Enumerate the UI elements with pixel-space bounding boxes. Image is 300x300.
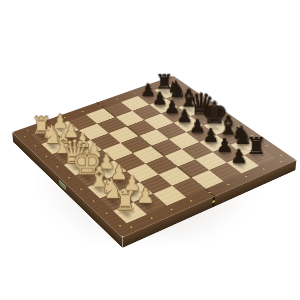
brass-dot <box>56 166 60 168</box>
brass-dot <box>129 226 133 229</box>
brass-dot <box>116 98 119 100</box>
brass-dot <box>26 130 29 132</box>
brass-dot <box>244 176 248 178</box>
brass-dot <box>23 135 26 137</box>
brass-dot <box>81 110 84 112</box>
piece-black-pawn[interactable]: ♟ <box>230 146 248 166</box>
brass-dot <box>33 145 37 147</box>
brass-dot <box>169 208 173 210</box>
clasp-latch <box>59 180 66 192</box>
brass-dot <box>44 155 48 157</box>
brass-dot <box>92 200 96 202</box>
brass-dot <box>279 160 283 162</box>
brass-dot <box>105 212 109 214</box>
brass-dot <box>226 183 230 185</box>
square-h3[interactable] <box>153 186 186 206</box>
chess-set-photo: ♜♞♝♛♚♝♞♜♟♟♟♟♟♟♟♟♟♟♟♟♟♟♟♟♜♞♝♛♚♝♞♜ <box>0 0 300 300</box>
brass-dot <box>133 92 136 94</box>
brass-dot <box>262 168 266 170</box>
piece-black-rook[interactable]: ♜ <box>246 135 267 158</box>
squares-grid: ♜♞♝♛♚♝♞♜♟♟♟♟♟♟♟♟♟♟♟♟♟♟♟♟♜♞♝♛♚♝♞♜ <box>31 84 276 223</box>
brass-dot <box>189 200 193 202</box>
brass-dot <box>79 188 83 190</box>
brass-dot <box>280 155 284 157</box>
perspective-wrapper: ♜♞♝♛♚♝♞♜♟♟♟♟♟♟♟♟♟♟♟♟♟♟♟♟♜♞♝♛♚♝♞♜ <box>49 44 253 248</box>
brass-dot <box>118 225 122 228</box>
piece-white-rook[interactable]: ♜ <box>114 189 137 215</box>
brass-dot <box>67 177 71 179</box>
brass-dot <box>149 217 153 220</box>
piece-white-pawn[interactable]: ♟ <box>136 185 155 206</box>
